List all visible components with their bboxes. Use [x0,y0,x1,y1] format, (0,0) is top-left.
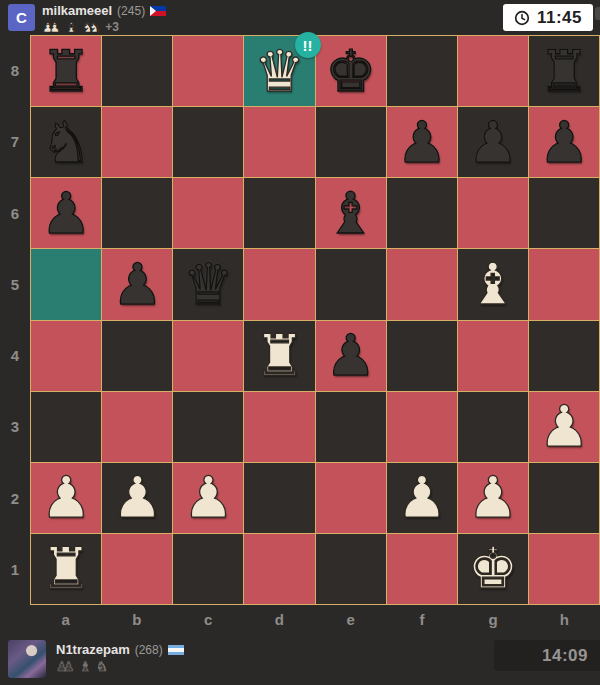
bottom-player-rating: (268) [135,643,163,657]
black-king-piece[interactable]: ♚ [325,43,376,100]
rank-label-2: 2 [0,463,30,534]
file-label-b: b [101,605,172,633]
chess-board[interactable]: ♜♛!!♚♜♞♟♟♟♟♝♟♛♝♜♟♟♟♟♟♟♟♜♚ [30,35,600,605]
file-label-a: a [30,605,101,633]
square-c7[interactable] [173,107,243,177]
square-d7[interactable] [244,107,314,177]
square-d1[interactable] [244,534,314,604]
square-c1[interactable] [173,534,243,604]
square-g3[interactable] [458,392,528,462]
black-pawn-piece[interactable]: ♟ [396,114,447,171]
square-d4[interactable]: ♜ [244,321,314,391]
square-c4[interactable] [173,321,243,391]
top-player-captured-pieces: ♟♟ ♝ ♞♞ +3 [42,19,166,35]
square-e1[interactable] [316,534,386,604]
file-labels: abcdefgh [30,605,600,633]
black-knight-piece[interactable]: ♞ [41,114,92,171]
top-player-rating: (245) [117,4,145,18]
square-a6[interactable]: ♟ [31,178,101,248]
bottom-player-time: 14:09 [542,646,588,666]
file-label-h: h [529,605,600,633]
square-b8[interactable] [102,36,172,106]
square-d8[interactable]: ♛!! [244,36,314,106]
square-e7[interactable] [316,107,386,177]
square-b6[interactable] [102,178,172,248]
white-pawn-piece[interactable]: ♟ [112,469,163,526]
square-g5[interactable]: ♝ [458,249,528,319]
square-c3[interactable] [173,392,243,462]
square-b5[interactable]: ♟ [102,249,172,319]
black-rook-piece[interactable]: ♜ [538,43,589,100]
square-f3[interactable] [387,392,457,462]
square-b1[interactable] [102,534,172,604]
rank-label-4: 4 [0,320,30,391]
white-king-piece[interactable]: ♚ [467,540,518,597]
rank-label-3: 3 [0,391,30,462]
white-bishop-piece[interactable]: ♝ [467,256,518,313]
rank-labels: 87654321 [0,35,30,605]
white-pawn-piece[interactable]: ♟ [538,398,589,455]
bottom-player-avatar[interactable] [8,640,46,678]
black-pawn-piece[interactable]: ♟ [325,327,376,384]
square-c8[interactable] [173,36,243,106]
black-bishop-piece[interactable]: ♝ [325,185,376,242]
square-f2[interactable]: ♟ [387,463,457,533]
rank-label-7: 7 [0,106,30,177]
black-pawn-piece[interactable]: ♟ [538,114,589,171]
clock-icon [514,10,530,26]
black-pawn-piece[interactable]: ♟ [41,185,92,242]
square-e8[interactable]: ♚ [316,36,386,106]
square-e6[interactable]: ♝ [316,178,386,248]
top-player-clock: 11:45 [503,4,593,31]
square-h6[interactable] [529,178,599,248]
square-f5[interactable] [387,249,457,319]
square-h4[interactable] [529,321,599,391]
square-h5[interactable] [529,249,599,319]
black-pawn-piece[interactable]: ♟ [467,114,518,171]
square-d6[interactable] [244,178,314,248]
square-g7[interactable]: ♟ [458,107,528,177]
square-a3[interactable] [31,392,101,462]
file-label-d: d [244,605,315,633]
square-g8[interactable] [458,36,528,106]
captured-knight-icon: ♞ [96,660,108,673]
square-f7[interactable]: ♟ [387,107,457,177]
captured-bishop-icon: ♝ [65,21,77,34]
square-a5[interactable] [31,249,101,319]
square-e2[interactable] [316,463,386,533]
square-b2[interactable]: ♟ [102,463,172,533]
square-h2[interactable] [529,463,599,533]
captured-knights-icon: ♞♞ [82,21,100,34]
square-a7[interactable]: ♞ [31,107,101,177]
square-e3[interactable] [316,392,386,462]
square-f4[interactable] [387,321,457,391]
square-a2[interactable]: ♟ [31,463,101,533]
square-e4[interactable]: ♟ [316,321,386,391]
black-pawn-piece[interactable]: ♟ [112,256,163,313]
brilliant-move-badge: !! [295,32,321,58]
bottom-player-name[interactable]: N1trazepam [56,642,130,657]
square-g4[interactable] [458,321,528,391]
settings-icon[interactable] [595,7,600,20]
top-player-name[interactable]: milkameeel [42,3,112,18]
square-f6[interactable] [387,178,457,248]
square-g6[interactable] [458,178,528,248]
square-h3[interactable]: ♟ [529,392,599,462]
philippines-flag-icon [150,6,166,16]
rank-label-5: 5 [0,249,30,320]
white-rook-piece[interactable]: ♜ [254,327,305,384]
square-h7[interactable]: ♟ [529,107,599,177]
top-player-bar: C milkameeel (245) ♟♟ ♝ ♞♞ +3 11:45 [0,0,600,35]
square-a4[interactable] [31,321,101,391]
square-b4[interactable] [102,321,172,391]
file-label-f: f [386,605,457,633]
bottom-player-captured-pieces: ♟♟ ♝ ♞ [56,658,184,674]
square-c5[interactable]: ♛ [173,249,243,319]
square-c2[interactable]: ♟ [173,463,243,533]
square-f1[interactable] [387,534,457,604]
captured-bishop-icon: ♝ [79,660,91,673]
white-pawn-piece[interactable]: ♟ [41,469,92,526]
square-b3[interactable] [102,392,172,462]
square-h1[interactable] [529,534,599,604]
rank-label-1: 1 [0,534,30,605]
top-player-time: 11:45 [537,8,582,28]
square-g2[interactable]: ♟ [458,463,528,533]
rank-label-6: 6 [0,178,30,249]
captured-pawns-icon: ♟♟ [56,660,74,673]
rank-label-8: 8 [0,35,30,106]
bottom-player-clock: 14:09 [494,640,600,671]
square-c6[interactable] [173,178,243,248]
material-advantage: +3 [105,20,119,34]
square-d5[interactable] [244,249,314,319]
argentina-flag-icon [168,645,184,655]
square-a1[interactable]: ♜ [31,534,101,604]
square-d3[interactable] [244,392,314,462]
file-label-c: c [173,605,244,633]
square-g1[interactable]: ♚ [458,534,528,604]
captured-pawns-icon: ♟♟ [42,21,60,34]
square-e5[interactable] [316,249,386,319]
square-d2[interactable] [244,463,314,533]
black-rook-piece[interactable]: ♜ [41,43,92,100]
file-label-g: g [458,605,529,633]
white-rook-piece[interactable]: ♜ [41,540,92,597]
square-a8[interactable]: ♜ [31,36,101,106]
white-pawn-piece[interactable]: ♟ [467,469,518,526]
top-player-avatar[interactable]: C [8,4,35,31]
white-pawn-piece[interactable]: ♟ [396,469,447,526]
square-f8[interactable] [387,36,457,106]
black-queen-piece[interactable]: ♛ [183,256,234,313]
square-b7[interactable] [102,107,172,177]
file-label-e: e [315,605,386,633]
white-pawn-piece[interactable]: ♟ [183,469,234,526]
square-h8[interactable]: ♜ [529,36,599,106]
bottom-player-bar: N1trazepam (268) ♟♟ ♝ ♞ 14:09 [0,633,600,685]
